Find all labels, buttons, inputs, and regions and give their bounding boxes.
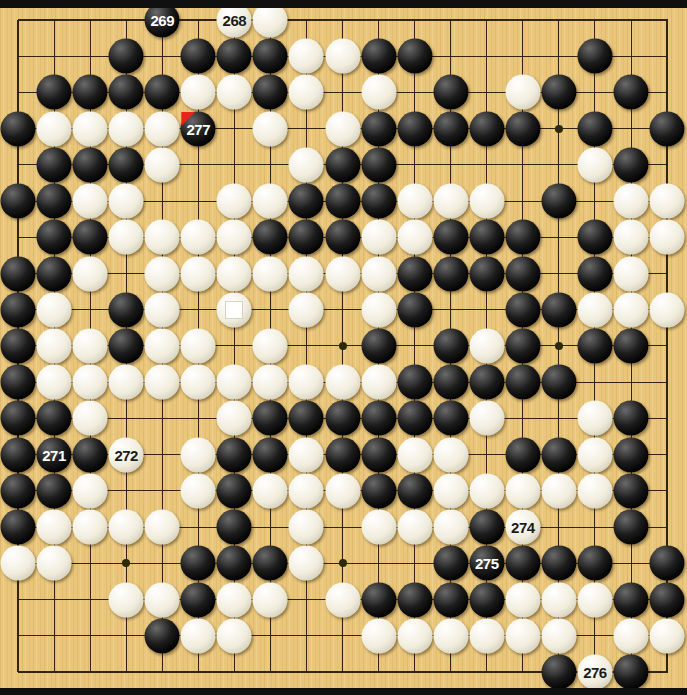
white-stone[interactable] — [145, 582, 180, 617]
white-stone[interactable] — [73, 510, 108, 545]
white-stone[interactable] — [145, 111, 180, 146]
white-stone[interactable] — [217, 220, 252, 255]
black-stone[interactable] — [289, 401, 324, 436]
black-stone[interactable] — [361, 147, 396, 182]
white-stone[interactable] — [397, 220, 432, 255]
bottom-black-bar — [0, 688, 687, 695]
black-stone[interactable] — [181, 582, 216, 617]
white-stone[interactable] — [289, 473, 324, 508]
white-stone[interactable] — [397, 437, 432, 472]
black-stone[interactable] — [433, 111, 468, 146]
white-stone[interactable] — [109, 220, 144, 255]
black-stone[interactable] — [614, 328, 649, 363]
white-stone[interactable] — [37, 111, 72, 146]
white-stone[interactable] — [469, 618, 504, 653]
hoshi-point — [339, 559, 347, 567]
white-stone[interactable] — [577, 473, 612, 508]
white-stone[interactable] — [433, 473, 468, 508]
black-stone[interactable] — [1, 328, 36, 363]
white-stone[interactable] — [397, 510, 432, 545]
white-stone[interactable] — [614, 618, 649, 653]
white-stone[interactable] — [433, 618, 468, 653]
black-stone[interactable] — [397, 39, 432, 74]
hoshi-point — [122, 559, 130, 567]
black-stone[interactable] — [37, 401, 72, 436]
white-stone[interactable] — [614, 220, 649, 255]
white-stone[interactable] — [469, 184, 504, 219]
white-stone[interactable] — [650, 292, 685, 327]
white-stone[interactable] — [325, 473, 360, 508]
white-stone[interactable] — [289, 39, 324, 74]
black-stone[interactable] — [253, 437, 288, 472]
white-stone[interactable] — [253, 328, 288, 363]
white-stone[interactable] — [289, 75, 324, 110]
white-stone[interactable] — [289, 510, 324, 545]
black-stone[interactable] — [361, 473, 396, 508]
black-stone[interactable] — [1, 111, 36, 146]
black-stone[interactable] — [433, 75, 468, 110]
black-stone[interactable] — [614, 654, 649, 689]
black-stone[interactable] — [73, 147, 108, 182]
black-stone[interactable] — [505, 328, 540, 363]
white-stone[interactable] — [469, 328, 504, 363]
black-stone[interactable] — [217, 546, 252, 581]
black-stone[interactable] — [253, 75, 288, 110]
white-stone[interactable] — [577, 292, 612, 327]
black-stone[interactable] — [145, 75, 180, 110]
black-stone[interactable] — [37, 220, 72, 255]
white-stone[interactable] — [289, 546, 324, 581]
black-stone[interactable] — [577, 546, 612, 581]
black-stone[interactable] — [505, 437, 540, 472]
white-stone[interactable] — [73, 473, 108, 508]
white-stone[interactable] — [217, 582, 252, 617]
white-stone[interactable] — [217, 256, 252, 291]
black-stone[interactable] — [469, 256, 504, 291]
move-number-label: 275 — [475, 556, 499, 571]
black-stone[interactable] — [37, 75, 72, 110]
white-stone[interactable] — [253, 256, 288, 291]
white-stone[interactable] — [217, 75, 252, 110]
move-number-label: 274 — [511, 520, 535, 535]
white-stone[interactable] — [614, 256, 649, 291]
black-stone[interactable] — [505, 220, 540, 255]
black-stone[interactable] — [541, 546, 576, 581]
white-stone[interactable] — [397, 184, 432, 219]
black-stone[interactable] — [614, 437, 649, 472]
black-stone[interactable] — [614, 510, 649, 545]
black-stone[interactable] — [325, 184, 360, 219]
white-stone[interactable] — [145, 147, 180, 182]
black-stone[interactable] — [469, 220, 504, 255]
white-stone[interactable] — [325, 256, 360, 291]
white-stone[interactable] — [109, 111, 144, 146]
black-stone[interactable] — [109, 75, 144, 110]
black-stone[interactable] — [433, 220, 468, 255]
move-number-label: 277 — [187, 121, 211, 136]
black-stone[interactable] — [217, 473, 252, 508]
black-stone[interactable] — [181, 546, 216, 581]
white-stone[interactable] — [541, 582, 576, 617]
white-stone[interactable] — [145, 256, 180, 291]
white-stone[interactable] — [217, 184, 252, 219]
black-stone[interactable] — [505, 546, 540, 581]
black-stone[interactable] — [469, 365, 504, 400]
white-stone[interactable] — [217, 401, 252, 436]
black-stone[interactable] — [109, 147, 144, 182]
black-stone[interactable] — [614, 582, 649, 617]
black-stone[interactable] — [397, 401, 432, 436]
black-stone[interactable] — [217, 437, 252, 472]
white-stone[interactable] — [109, 365, 144, 400]
black-stone[interactable] — [361, 582, 396, 617]
black-stone[interactable] — [650, 111, 685, 146]
white-stone[interactable] — [181, 618, 216, 653]
white-stone[interactable] — [361, 220, 396, 255]
white-stone[interactable] — [289, 365, 324, 400]
black-stone[interactable] — [361, 184, 396, 219]
black-stone[interactable] — [109, 39, 144, 74]
white-stone[interactable]: 276 — [577, 654, 612, 689]
black-stone[interactable] — [253, 220, 288, 255]
black-stone[interactable] — [109, 292, 144, 327]
black-stone[interactable] — [289, 220, 324, 255]
white-square-marker — [225, 301, 243, 319]
black-stone[interactable] — [37, 147, 72, 182]
white-stone[interactable] — [505, 582, 540, 617]
white-stone[interactable] — [37, 365, 72, 400]
white-stone[interactable] — [650, 618, 685, 653]
move-number-label: 269 — [150, 13, 174, 28]
white-stone[interactable] — [289, 256, 324, 291]
black-stone[interactable] — [1, 401, 36, 436]
move-number-label: 272 — [114, 447, 138, 462]
black-stone[interactable] — [1, 292, 36, 327]
white-stone[interactable] — [253, 473, 288, 508]
black-stone[interactable] — [361, 39, 396, 74]
black-stone[interactable] — [614, 401, 649, 436]
white-stone[interactable] — [577, 582, 612, 617]
white-stone[interactable] — [73, 365, 108, 400]
move-number-label: 276 — [583, 664, 607, 679]
black-stone[interactable] — [361, 111, 396, 146]
white-stone[interactable] — [217, 618, 252, 653]
black-stone[interactable] — [577, 39, 612, 74]
white-stone[interactable] — [253, 365, 288, 400]
black-stone[interactable] — [433, 546, 468, 581]
black-stone[interactable] — [73, 75, 108, 110]
black-stone[interactable] — [433, 365, 468, 400]
black-stone[interactable] — [577, 111, 612, 146]
black-stone[interactable] — [614, 473, 649, 508]
move-number-label: 271 — [42, 447, 66, 462]
black-stone[interactable] — [253, 401, 288, 436]
black-stone[interactable] — [325, 401, 360, 436]
black-stone[interactable] — [361, 437, 396, 472]
white-stone[interactable] — [577, 147, 612, 182]
hoshi-point — [339, 342, 347, 350]
black-stone[interactable] — [469, 111, 504, 146]
black-stone[interactable] — [1, 184, 36, 219]
white-stone[interactable] — [469, 401, 504, 436]
white-stone[interactable] — [469, 473, 504, 508]
white-stone[interactable] — [109, 510, 144, 545]
white-stone[interactable] — [181, 437, 216, 472]
white-stone[interactable] — [253, 184, 288, 219]
black-stone[interactable] — [577, 220, 612, 255]
white-stone[interactable] — [289, 147, 324, 182]
white-stone[interactable] — [217, 365, 252, 400]
white-stone[interactable] — [181, 328, 216, 363]
white-stone[interactable] — [253, 582, 288, 617]
white-stone[interactable] — [577, 401, 612, 436]
white-stone[interactable] — [541, 473, 576, 508]
white-stone[interactable] — [614, 184, 649, 219]
white-stone[interactable] — [361, 365, 396, 400]
black-stone[interactable] — [577, 328, 612, 363]
white-stone[interactable] — [37, 546, 72, 581]
black-stone[interactable] — [289, 184, 324, 219]
white-stone[interactable] — [325, 39, 360, 74]
white-stone[interactable] — [614, 292, 649, 327]
black-stone[interactable] — [433, 328, 468, 363]
black-stone[interactable]: 275 — [469, 546, 504, 581]
black-stone[interactable] — [361, 328, 396, 363]
black-stone[interactable] — [505, 365, 540, 400]
black-stone[interactable] — [181, 39, 216, 74]
white-stone[interactable] — [73, 256, 108, 291]
white-stone[interactable] — [145, 220, 180, 255]
white-stone[interactable] — [73, 111, 108, 146]
white-stone[interactable] — [73, 184, 108, 219]
white-stone[interactable] — [325, 582, 360, 617]
white-stone[interactable] — [145, 292, 180, 327]
white-stone[interactable] — [325, 111, 360, 146]
white-stone[interactable] — [433, 184, 468, 219]
white-stone[interactable] — [37, 328, 72, 363]
hoshi-point — [555, 125, 563, 133]
white-stone[interactable] — [181, 220, 216, 255]
black-stone[interactable] — [1, 510, 36, 545]
black-stone[interactable] — [145, 618, 180, 653]
black-stone[interactable] — [37, 184, 72, 219]
white-stone[interactable] — [145, 365, 180, 400]
black-stone[interactable] — [541, 654, 576, 689]
black-stone[interactable] — [541, 184, 576, 219]
hoshi-point — [555, 342, 563, 350]
black-stone[interactable] — [541, 437, 576, 472]
white-stone[interactable] — [181, 365, 216, 400]
black-stone[interactable] — [614, 75, 649, 110]
black-stone[interactable] — [433, 582, 468, 617]
black-stone[interactable] — [1, 365, 36, 400]
black-stone[interactable] — [505, 292, 540, 327]
white-stone[interactable] — [109, 582, 144, 617]
black-stone[interactable] — [397, 365, 432, 400]
black-stone[interactable]: 271 — [37, 437, 72, 472]
white-stone[interactable] — [145, 328, 180, 363]
black-stone[interactable] — [217, 39, 252, 74]
black-stone[interactable] — [1, 473, 36, 508]
black-stone[interactable] — [577, 256, 612, 291]
white-stone[interactable] — [361, 292, 396, 327]
white-stone[interactable] — [109, 184, 144, 219]
white-stone[interactable] — [325, 365, 360, 400]
white-stone[interactable] — [505, 618, 540, 653]
white-stone[interactable]: 272 — [109, 437, 144, 472]
black-stone[interactable] — [325, 437, 360, 472]
black-stone[interactable] — [469, 510, 504, 545]
white-stone[interactable] — [181, 75, 216, 110]
black-stone[interactable] — [433, 401, 468, 436]
black-stone[interactable] — [650, 546, 685, 581]
black-stone[interactable] — [541, 75, 576, 110]
black-stone[interactable] — [73, 437, 108, 472]
black-stone[interactable] — [541, 292, 576, 327]
go-game-screenshot: 269268277271272274275276 — [0, 0, 687, 695]
black-stone[interactable] — [505, 111, 540, 146]
move-number-label: 268 — [223, 13, 247, 28]
white-stone[interactable] — [181, 256, 216, 291]
white-stone[interactable] — [577, 437, 612, 472]
black-stone[interactable] — [397, 582, 432, 617]
black-stone[interactable] — [397, 256, 432, 291]
white-stone[interactable] — [361, 618, 396, 653]
white-stone[interactable] — [650, 184, 685, 219]
black-stone[interactable] — [397, 473, 432, 508]
black-stone[interactable] — [505, 256, 540, 291]
white-stone[interactable] — [73, 328, 108, 363]
white-stone[interactable] — [433, 510, 468, 545]
black-stone[interactable] — [433, 256, 468, 291]
black-stone[interactable] — [361, 401, 396, 436]
black-stone[interactable] — [541, 365, 576, 400]
grid-line-horizontal — [18, 19, 668, 21]
white-stone[interactable] — [289, 437, 324, 472]
white-stone[interactable] — [397, 618, 432, 653]
black-stone[interactable] — [1, 256, 36, 291]
white-stone[interactable] — [433, 437, 468, 472]
black-stone[interactable] — [397, 292, 432, 327]
white-stone[interactable]: 274 — [505, 510, 540, 545]
black-stone[interactable] — [217, 510, 252, 545]
white-stone[interactable] — [253, 111, 288, 146]
black-stone[interactable] — [325, 220, 360, 255]
black-stone[interactable] — [37, 256, 72, 291]
black-stone[interactable] — [253, 39, 288, 74]
white-stone[interactable] — [37, 292, 72, 327]
black-stone[interactable] — [650, 582, 685, 617]
white-stone[interactable] — [361, 256, 396, 291]
black-stone[interactable] — [325, 147, 360, 182]
black-stone[interactable] — [73, 220, 108, 255]
black-stone[interactable] — [469, 582, 504, 617]
black-stone[interactable] — [37, 473, 72, 508]
top-black-bar — [0, 0, 687, 8]
white-stone[interactable] — [505, 473, 540, 508]
white-stone[interactable] — [650, 220, 685, 255]
black-stone[interactable] — [109, 328, 144, 363]
white-stone[interactable] — [1, 546, 36, 581]
black-stone[interactable] — [397, 111, 432, 146]
black-stone[interactable] — [1, 437, 36, 472]
black-stone[interactable] — [614, 147, 649, 182]
white-stone[interactable] — [73, 401, 108, 436]
black-stone[interactable] — [253, 546, 288, 581]
white-stone[interactable] — [289, 292, 324, 327]
white-stone[interactable] — [541, 618, 576, 653]
white-stone[interactable] — [37, 510, 72, 545]
white-stone[interactable] — [505, 75, 540, 110]
white-stone[interactable] — [361, 75, 396, 110]
white-stone[interactable] — [181, 473, 216, 508]
white-stone[interactable] — [361, 510, 396, 545]
white-stone[interactable] — [145, 510, 180, 545]
